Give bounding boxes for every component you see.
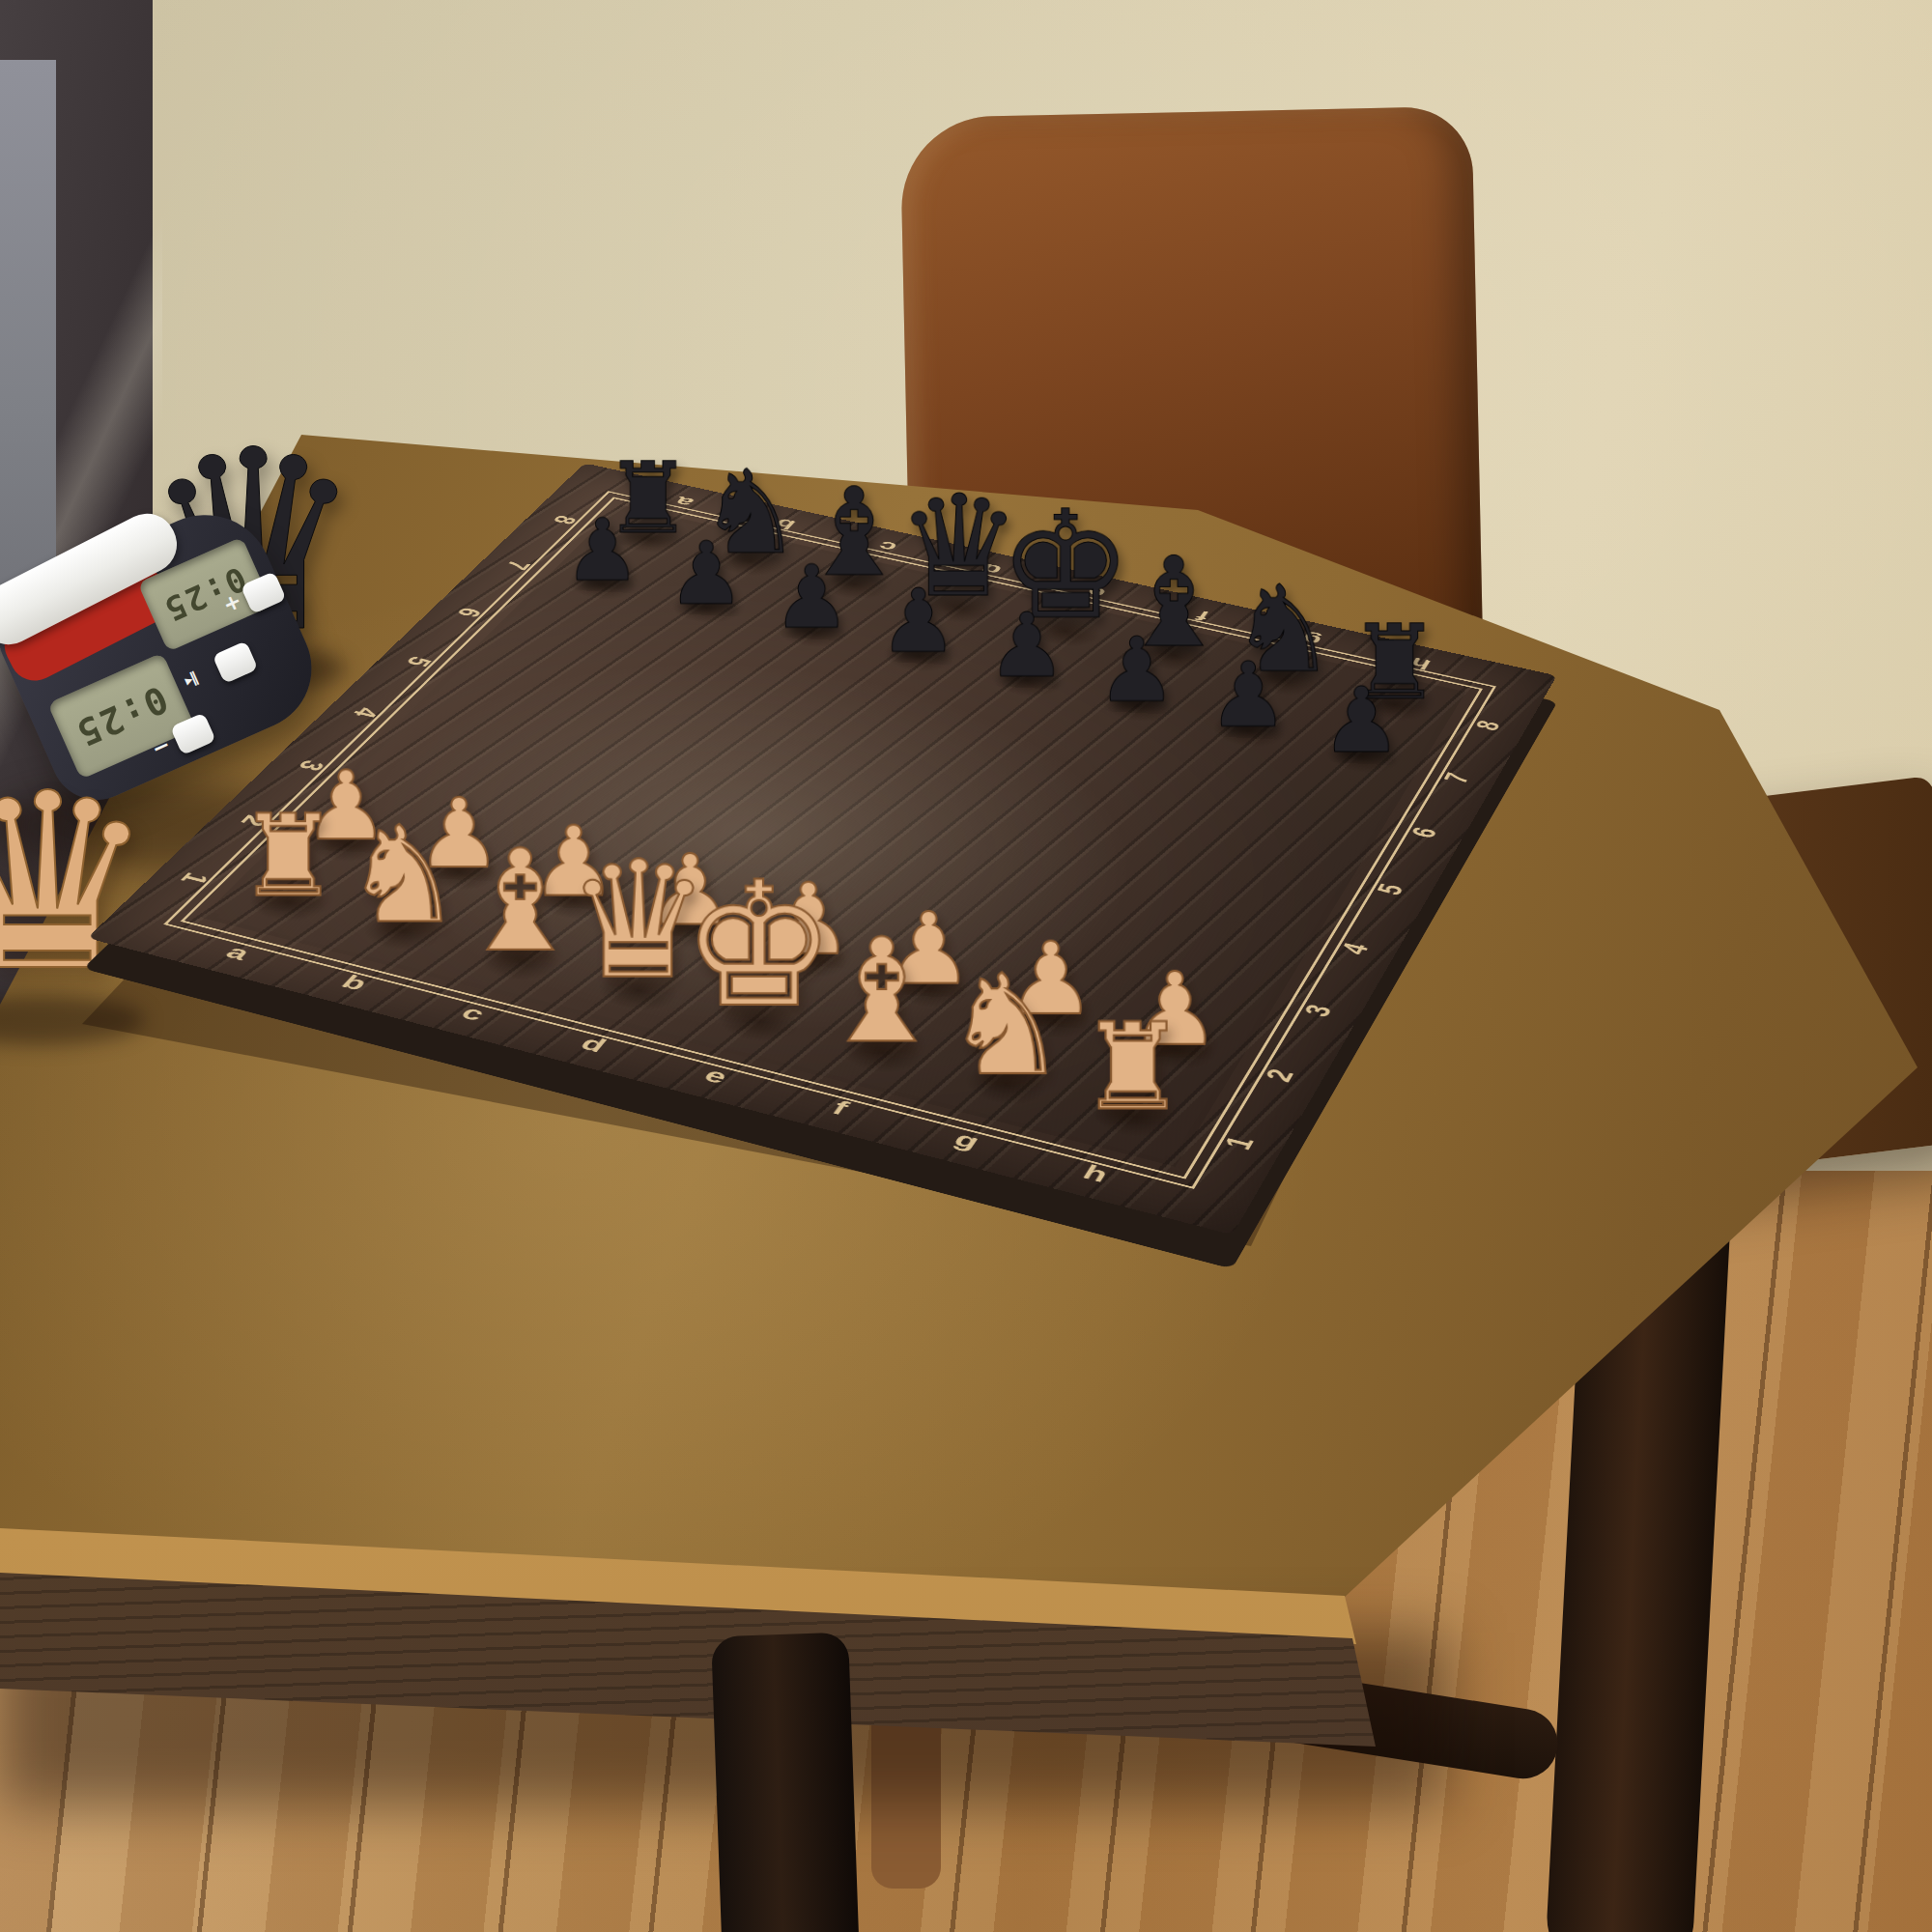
coord-rank-7-left: 7 xyxy=(495,554,542,577)
coord-file-b-bottom: b xyxy=(327,967,384,997)
coord-file-f-bottom: f xyxy=(813,1092,869,1123)
white-bishop-glyph: ♝ xyxy=(817,920,946,1063)
coord-rank-2-right: 2 xyxy=(1252,1060,1305,1091)
coord-rank-1-left: 1 xyxy=(167,865,222,893)
coord-file-a-bottom: a xyxy=(211,938,267,967)
clock-playpause-label: ▸‖ xyxy=(182,668,198,689)
black-pawn-glyph: ♟ xyxy=(1096,626,1177,715)
white-knight-glyph: ♞ xyxy=(344,809,463,941)
coord-file-d-bottom: d xyxy=(566,1029,622,1060)
coord-rank-4-right: 4 xyxy=(1328,934,1378,962)
board-3d: aabbccddeeffgghh8877665544332211♜♞♝♛♚♝♞♜… xyxy=(87,463,1556,1235)
coord-file-e-bottom: e xyxy=(689,1060,745,1091)
coord-file-g-bottom: g xyxy=(940,1123,996,1156)
black-pawn-glyph: ♟ xyxy=(987,601,1066,690)
clock-playpause-button[interactable] xyxy=(213,640,259,684)
white-king-glyph: ♚ xyxy=(682,860,837,1032)
coord-rank-6-left: 6 xyxy=(445,601,494,624)
scene: ♛ 0:25 0:25 − ▸‖ + ♛ aabbccddeeffgghh887… xyxy=(0,0,1932,1932)
coord-rank-5-left: 5 xyxy=(394,650,444,674)
coord-rank-8-right: 8 xyxy=(1463,713,1509,737)
table-leg xyxy=(711,1633,860,1932)
black-pawn-glyph: ♟ xyxy=(564,507,641,593)
coord-rank-5-right: 5 xyxy=(1365,875,1414,902)
black-pawn-glyph: ♟ xyxy=(1208,650,1289,740)
coord-file-c-bottom: c xyxy=(445,998,501,1028)
coord-rank-6-right: 6 xyxy=(1399,819,1447,845)
black-pawn-glyph: ♟ xyxy=(773,554,851,640)
white-rook-glyph: ♜ xyxy=(238,799,339,912)
black-pawn-glyph: ♟ xyxy=(1321,675,1402,766)
board-face: aabbccddeeffgghh8877665544332211♜♞♝♛♚♝♞♜… xyxy=(87,463,1556,1235)
white-bishop-glyph: ♝ xyxy=(457,831,582,971)
coord-rank-1-right: 1 xyxy=(1211,1126,1265,1158)
coord-rank-3-right: 3 xyxy=(1292,996,1343,1026)
black-pawn-glyph: ♟ xyxy=(668,530,745,617)
white-rook-glyph: ♜ xyxy=(1079,1007,1186,1126)
coord-file-h-bottom: h xyxy=(1068,1156,1123,1189)
chess-board-wrap: aabbccddeeffgghh8877665544332211♜♞♝♛♚♝♞♜… xyxy=(301,234,1432,1364)
black-pawn-glyph: ♟ xyxy=(879,578,958,666)
coord-rank-7-right: 7 xyxy=(1433,765,1479,790)
white-knight-glyph: ♞ xyxy=(944,956,1067,1094)
coord-rank-4-left: 4 xyxy=(341,700,392,724)
